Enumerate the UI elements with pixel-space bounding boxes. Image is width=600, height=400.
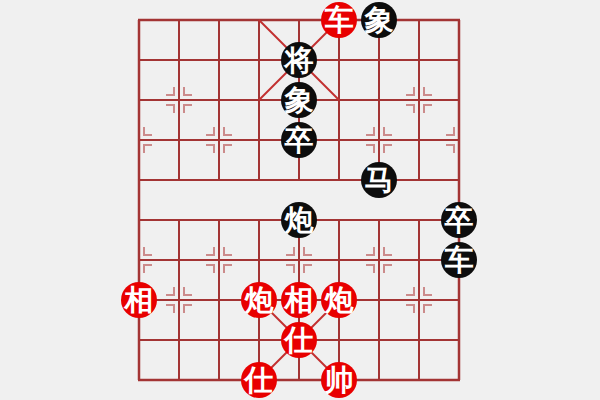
black-horse[interactable]: 马 [361, 162, 397, 198]
red-advisor[interactable]: 仕 [281, 322, 317, 358]
black-cannon[interactable]: 炮 [281, 202, 317, 238]
black-elephant[interactable]: 象 [281, 82, 317, 118]
red-elephant[interactable]: 相 [281, 282, 317, 318]
black-chariot[interactable]: 车 [441, 242, 477, 278]
black-soldier[interactable]: 卒 [281, 122, 317, 158]
black-general[interactable]: 将 [281, 42, 317, 78]
black-elephant[interactable]: 象 [361, 2, 397, 38]
red-cannon[interactable]: 炮 [241, 282, 277, 318]
xiangqi-app-window: 车象将象卒马炮卒车相炮相炮仕仕帅 [0, 0, 600, 400]
red-elephant[interactable]: 相 [121, 282, 157, 318]
red-cannon[interactable]: 炮 [321, 282, 357, 318]
red-chariot[interactable]: 车 [321, 2, 357, 38]
red-general[interactable]: 帅 [321, 362, 357, 398]
red-advisor[interactable]: 仕 [241, 362, 277, 398]
black-soldier[interactable]: 卒 [441, 202, 477, 238]
xiangqi-board[interactable]: 车象将象卒马炮卒车相炮相炮仕仕帅 [119, 0, 479, 400]
